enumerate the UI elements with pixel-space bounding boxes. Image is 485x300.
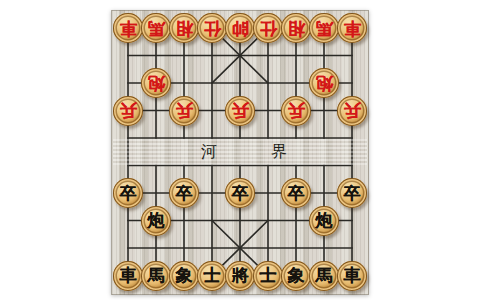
red-advisor[interactable]: 仕 [197, 13, 227, 43]
piece-glyph: 炮 [316, 212, 333, 229]
black-soldier[interactable]: 卒 [225, 178, 255, 208]
piece-glyph: 卒 [176, 185, 193, 202]
black-soldier[interactable]: 卒 [281, 178, 311, 208]
piece-glyph: 仕 [260, 20, 277, 37]
piece-glyph: 兵 [288, 102, 305, 119]
red-chariot[interactable]: 車 [337, 13, 367, 43]
piece-glyph: 將 [232, 267, 249, 284]
river-text-jie: 界 [271, 141, 287, 162]
river-band: 河 界 [113, 139, 367, 165]
red-horse[interactable]: 馬 [309, 13, 339, 43]
red-soldier[interactable]: 兵 [281, 96, 311, 126]
piece-glyph: 兵 [232, 102, 249, 119]
black-horse[interactable]: 馬 [309, 261, 339, 291]
piece-glyph: 炮 [316, 75, 333, 92]
red-soldier[interactable]: 兵 [113, 96, 143, 126]
piece-glyph: 士 [260, 267, 277, 284]
piece-glyph: 馬 [316, 20, 333, 37]
piece-glyph: 馬 [148, 267, 165, 284]
red-general[interactable]: 帥 [225, 13, 255, 43]
piece-glyph: 炮 [148, 212, 165, 229]
piece-glyph: 帥 [232, 20, 249, 37]
piece-glyph: 車 [344, 20, 361, 37]
red-soldier[interactable]: 兵 [225, 96, 255, 126]
black-general[interactable]: 將 [225, 261, 255, 291]
black-elephant[interactable]: 象 [169, 261, 199, 291]
red-elephant[interactable]: 相 [281, 13, 311, 43]
red-elephant[interactable]: 相 [169, 13, 199, 43]
red-advisor[interactable]: 仕 [253, 13, 283, 43]
red-horse[interactable]: 馬 [141, 13, 171, 43]
red-chariot[interactable]: 車 [113, 13, 143, 43]
piece-glyph: 兵 [176, 102, 193, 119]
black-horse[interactable]: 馬 [141, 261, 171, 291]
black-soldier[interactable]: 卒 [169, 178, 199, 208]
piece-glyph: 馬 [316, 267, 333, 284]
piece-glyph: 兵 [344, 102, 361, 119]
piece-glyph: 卒 [344, 185, 361, 202]
red-cannon[interactable]: 炮 [309, 68, 339, 98]
screenshot-canvas: 河 界 車馬相仕帥仕相馬車炮炮兵兵兵兵兵卒卒卒卒卒炮炮車馬象士將士象馬車 [0, 0, 485, 300]
xiangqi-board[interactable]: 河 界 車馬相仕帥仕相馬車炮炮兵兵兵兵兵卒卒卒卒卒炮炮車馬象士將士象馬車 [111, 10, 369, 295]
piece-glyph: 卒 [288, 185, 305, 202]
piece-glyph: 相 [288, 20, 305, 37]
piece-glyph: 馬 [148, 20, 165, 37]
piece-glyph: 象 [176, 267, 193, 284]
black-chariot[interactable]: 車 [113, 261, 143, 291]
black-advisor[interactable]: 士 [253, 261, 283, 291]
piece-glyph: 仕 [204, 20, 221, 37]
piece-glyph: 卒 [120, 185, 137, 202]
black-soldier[interactable]: 卒 [337, 178, 367, 208]
piece-glyph: 車 [120, 20, 137, 37]
piece-glyph: 車 [344, 267, 361, 284]
red-soldier[interactable]: 兵 [169, 96, 199, 126]
black-advisor[interactable]: 士 [197, 261, 227, 291]
piece-glyph: 相 [176, 20, 193, 37]
river-text-he: 河 [201, 141, 217, 162]
piece-glyph: 炮 [148, 75, 165, 92]
black-cannon[interactable]: 炮 [141, 206, 171, 236]
piece-glyph: 車 [120, 267, 137, 284]
red-soldier[interactable]: 兵 [337, 96, 367, 126]
black-chariot[interactable]: 車 [337, 261, 367, 291]
black-soldier[interactable]: 卒 [113, 178, 143, 208]
black-cannon[interactable]: 炮 [309, 206, 339, 236]
red-cannon[interactable]: 炮 [141, 68, 171, 98]
piece-glyph: 士 [204, 267, 221, 284]
black-elephant[interactable]: 象 [281, 261, 311, 291]
piece-glyph: 兵 [120, 102, 137, 119]
piece-glyph: 卒 [232, 185, 249, 202]
piece-glyph: 象 [288, 267, 305, 284]
